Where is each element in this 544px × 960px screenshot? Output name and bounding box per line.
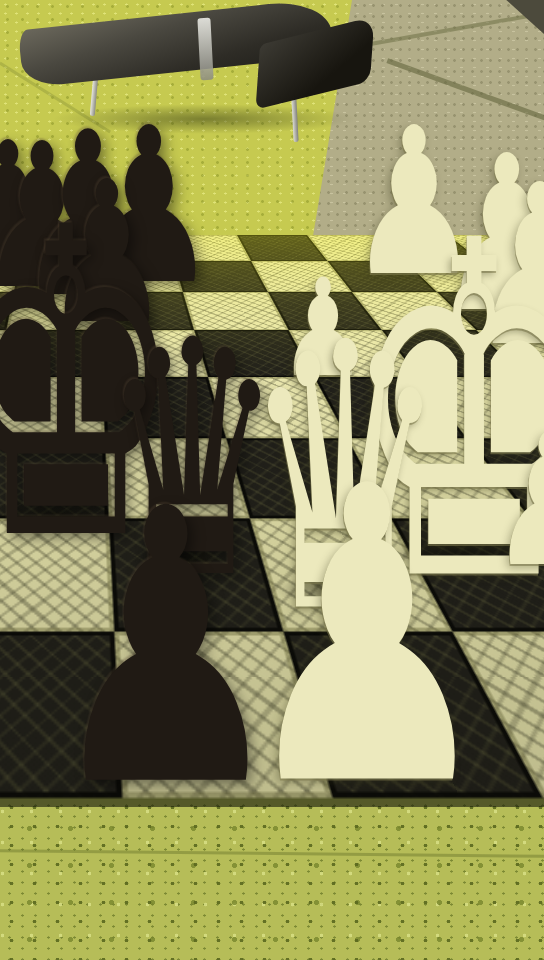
white-pawn-d1[interactable]: ♟ [236,434,499,841]
photo-scene: ♟♟♟♟♟♟♟♟♟♚♚♛♟♛♟♟ [0,0,544,960]
